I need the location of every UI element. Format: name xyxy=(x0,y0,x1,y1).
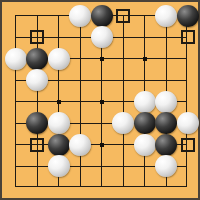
grid-cell xyxy=(123,166,145,188)
grid-cell xyxy=(166,58,188,80)
white-stone[interactable] xyxy=(112,112,134,134)
grid-cell xyxy=(123,58,145,80)
white-stone[interactable] xyxy=(48,155,70,177)
white-stone[interactable] xyxy=(48,112,70,134)
square-marker[interactable] xyxy=(181,138,195,152)
black-stone[interactable] xyxy=(48,134,70,156)
grid-cell xyxy=(101,80,123,102)
square-marker[interactable] xyxy=(116,9,130,23)
white-stone[interactable] xyxy=(177,112,199,134)
white-stone[interactable] xyxy=(155,5,177,27)
white-stone[interactable] xyxy=(91,26,113,48)
star-point xyxy=(100,143,104,147)
grid-cell xyxy=(144,58,166,80)
black-stone[interactable] xyxy=(26,112,48,134)
grid-cell xyxy=(80,166,102,188)
black-stone[interactable] xyxy=(155,112,177,134)
white-stone[interactable] xyxy=(134,91,156,113)
star-point xyxy=(100,100,104,104)
black-stone[interactable] xyxy=(26,48,48,70)
white-stone[interactable] xyxy=(69,134,91,156)
black-stone[interactable] xyxy=(134,112,156,134)
black-stone[interactable] xyxy=(155,134,177,156)
grid-cell xyxy=(58,80,80,102)
star-point xyxy=(100,57,104,61)
white-stone[interactable] xyxy=(155,91,177,113)
white-stone[interactable] xyxy=(155,155,177,177)
white-stone[interactable] xyxy=(134,134,156,156)
white-stone[interactable] xyxy=(48,48,70,70)
square-marker[interactable] xyxy=(181,30,195,44)
square-marker[interactable] xyxy=(30,30,44,44)
grid-cell xyxy=(15,166,37,188)
black-stone[interactable] xyxy=(91,5,113,27)
grid-cell xyxy=(80,80,102,102)
grid-cell xyxy=(123,37,145,59)
white-stone[interactable] xyxy=(69,5,91,27)
grid-cell xyxy=(80,58,102,80)
screenshot-root xyxy=(0,0,200,200)
grid-cell xyxy=(80,101,102,123)
grid-cell xyxy=(101,166,123,188)
white-stone[interactable] xyxy=(26,69,48,91)
grid-cell xyxy=(101,144,123,166)
grid-cell xyxy=(144,37,166,59)
grid-cell xyxy=(101,58,123,80)
white-stone[interactable] xyxy=(5,48,27,70)
black-stone[interactable] xyxy=(177,5,199,27)
star-point xyxy=(143,57,147,61)
star-point xyxy=(57,100,61,104)
square-marker[interactable] xyxy=(30,138,44,152)
go-board[interactable] xyxy=(0,0,200,200)
